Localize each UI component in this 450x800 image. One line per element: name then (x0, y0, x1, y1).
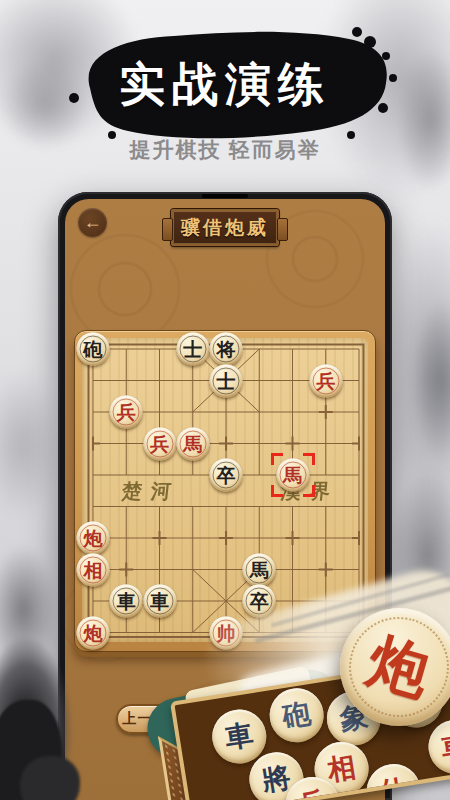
river-label-left: 楚河 (121, 478, 182, 505)
headline-splash: 实战演练 (52, 26, 398, 144)
piece-black-horse[interactable]: 馬 (243, 553, 276, 586)
piece-glyph: 帅 (217, 623, 236, 642)
ink-smoke-left-mid (0, 545, 58, 675)
piece-red-pawn[interactable]: 兵 (143, 427, 176, 460)
back-button[interactable]: ← (78, 208, 107, 237)
page-subtitle: 提升棋技 轻而易举 (0, 136, 450, 164)
back-arrow-icon: ← (84, 212, 102, 233)
xiangqi-board[interactable]: 楚河 漢界 砲士将士兵兵兵馬卒馬炮相馬車車卒炮帅 (74, 330, 376, 652)
piece-black-general[interactable]: 将 (210, 333, 243, 366)
ink-swirl-right (382, 220, 450, 540)
piece-black-pawn[interactable]: 卒 (210, 459, 243, 492)
piece-glyph: 車 (150, 592, 169, 611)
piece-glyph: 炮 (84, 623, 103, 642)
piece-black-advisor[interactable]: 士 (176, 333, 209, 366)
ink-smoke-top-right-2 (396, 50, 450, 190)
piece-red-general[interactable]: 帅 (210, 616, 243, 649)
ink-swirl-right-core (412, 300, 450, 460)
box-piece: 馬 (385, 670, 447, 732)
piece-red-cannon[interactable]: 炮 (77, 522, 110, 555)
piece-black-chariot[interactable]: 車 (110, 585, 143, 618)
piece-red-cannon[interactable]: 炮 (77, 616, 110, 649)
piece-glyph: 馬 (250, 560, 269, 579)
page: 实战演练 提升棋技 轻而易举 ← 骥借炮威 楚河 漢界 砲士将士兵兵兵馬卒馬炮相… (0, 0, 450, 800)
piece-red-elephant[interactable]: 相 (77, 553, 110, 586)
piece-red-horse[interactable]: 馬 (176, 427, 209, 460)
piece-black-chariot[interactable]: 車 (143, 585, 176, 618)
piece-glyph: 兵 (316, 371, 335, 390)
previous-move-label: 上一步 (123, 710, 168, 728)
page-title: 实战演练 (52, 26, 398, 144)
box-piece: 車 (425, 716, 450, 778)
piece-glyph: 車 (117, 592, 136, 611)
phone-mockup: ← 骥借炮威 楚河 漢界 砲士将士兵兵兵馬卒馬炮相馬車車卒炮帅 上一步 (58, 192, 392, 800)
piece-glyph: 馬 (183, 434, 202, 453)
piece-glyph: 卒 (217, 466, 236, 485)
piece-glyph: 馬 (283, 466, 302, 485)
piece-red-horse[interactable]: 馬 (276, 459, 309, 492)
ink-rock-2 (0, 700, 62, 800)
piece-black-advisor[interactable]: 士 (210, 364, 243, 397)
piece-glyph: 炮 (84, 529, 103, 548)
piece-glyph: 士 (183, 340, 202, 359)
puzzle-title-plaque: 骥借炮威 (171, 209, 279, 246)
piece-red-pawn[interactable]: 兵 (309, 364, 342, 397)
phone-speaker (202, 194, 248, 198)
piece-glyph: 士 (217, 371, 236, 390)
piece-glyph: 卒 (250, 592, 269, 611)
puzzle-title: 骥借炮威 (181, 215, 269, 241)
previous-move-button[interactable]: 上一步 (116, 704, 174, 734)
piece-red-pawn[interactable]: 兵 (110, 396, 143, 429)
piece-black-cannon[interactable]: 砲 (77, 333, 110, 366)
ink-smoke-left (0, 370, 62, 520)
piece-glyph: 砲 (84, 340, 103, 359)
app-screen: ← 骥借炮威 楚河 漢界 砲士将士兵兵兵馬卒馬炮相馬車車卒炮帅 上一步 (65, 199, 385, 800)
piece-glyph: 相 (84, 560, 103, 579)
ink-mountain-right (388, 470, 450, 640)
piece-glyph: 兵 (150, 434, 169, 453)
piece-glyph: 将 (217, 340, 236, 359)
piece-black-pawn[interactable]: 卒 (243, 585, 276, 618)
piece-glyph: 兵 (117, 403, 136, 422)
